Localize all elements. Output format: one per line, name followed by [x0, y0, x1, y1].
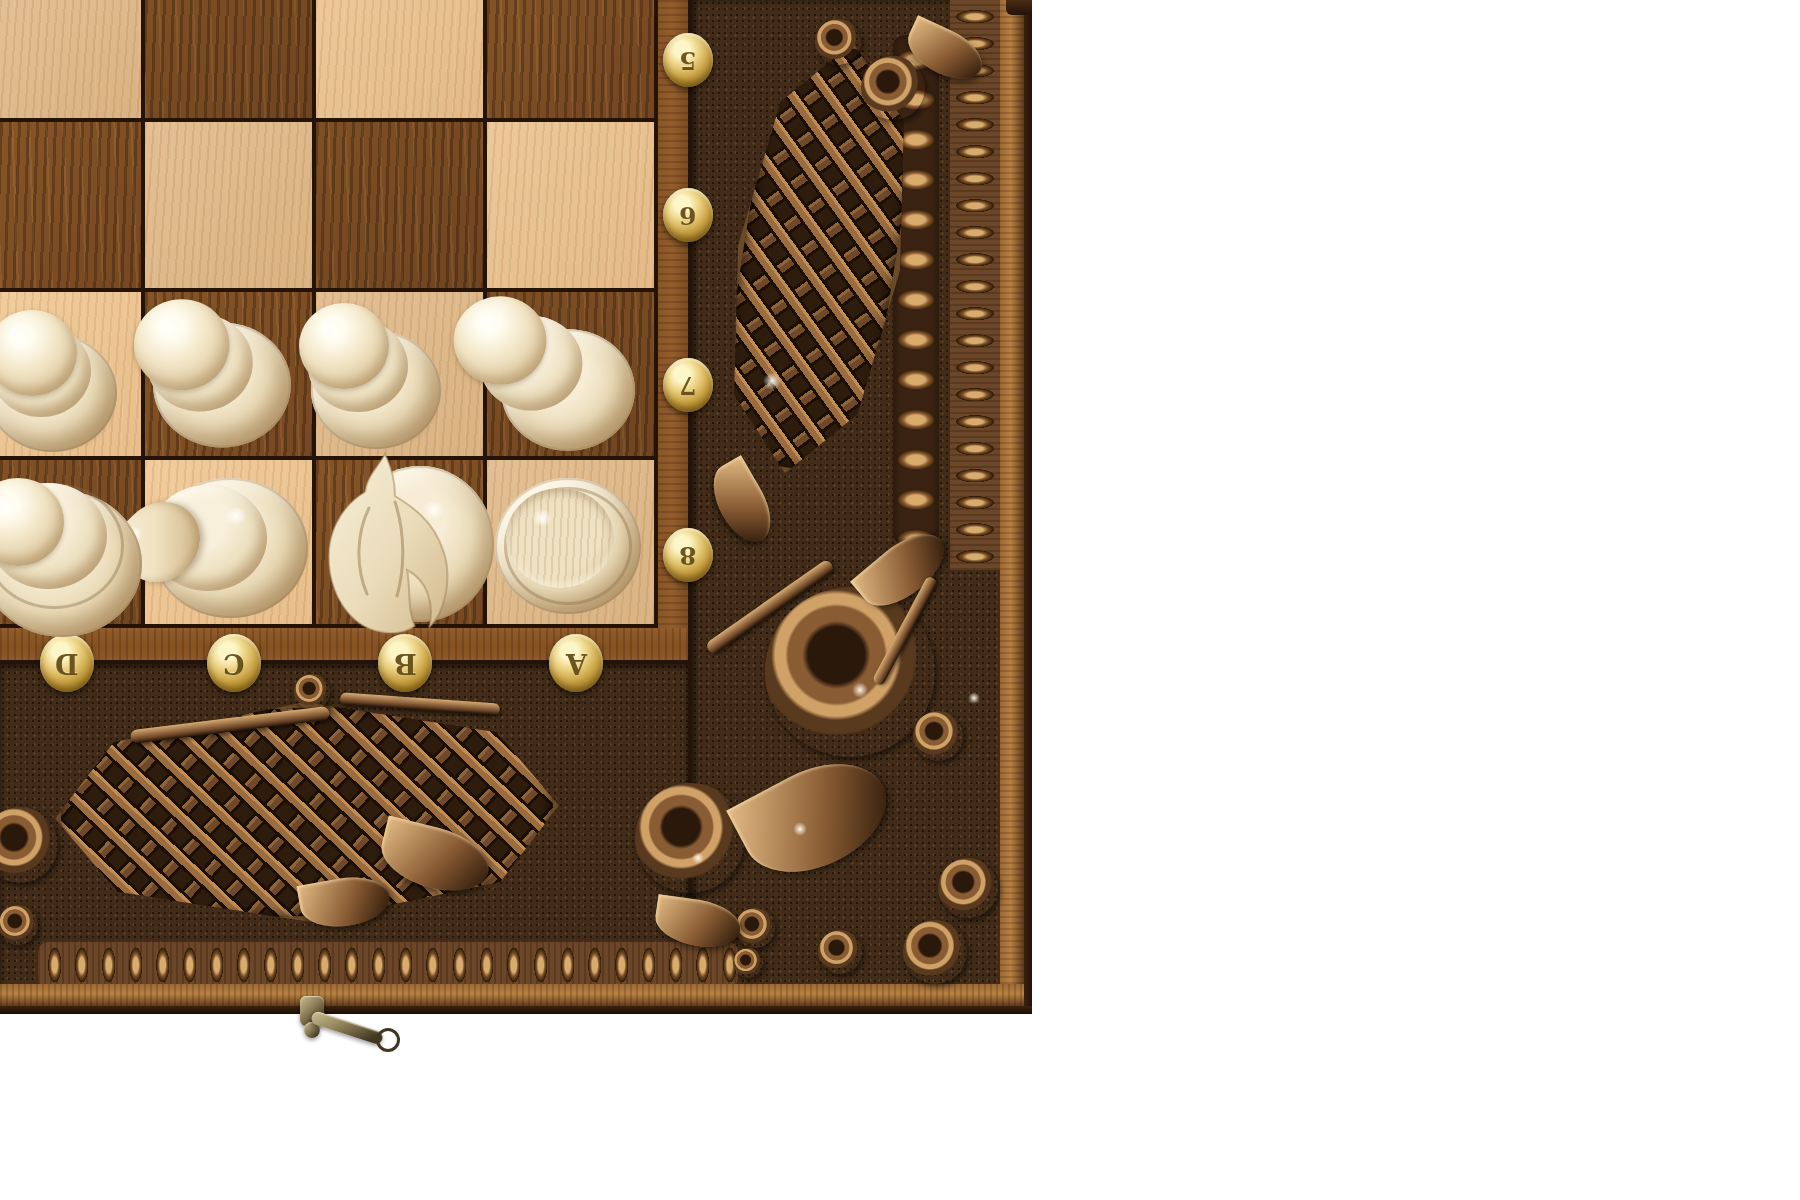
file-label-stud-b: B — [378, 634, 432, 692]
board-square-b5[interactable] — [316, 0, 483, 118]
board-square-a6[interactable] — [487, 122, 654, 288]
carved-scroll — [913, 711, 963, 761]
board-square-a5[interactable] — [487, 0, 654, 118]
polished-rim-bottom — [0, 984, 1032, 1006]
carved-scroll — [735, 908, 775, 948]
board-square-c6[interactable] — [145, 122, 312, 288]
carved-scroll — [733, 948, 763, 978]
product-photo-canvas: { "scene": { "description": "Overhead ph… — [0, 0, 1800, 1200]
rank-label-stud-6: 6 — [663, 188, 713, 242]
chess-box: DCBA5678 — [0, 0, 1032, 1014]
box-edge-right — [1024, 0, 1032, 1014]
carved-scroll — [938, 858, 998, 918]
carved-scroll — [635, 783, 745, 893]
carved-scroll — [815, 19, 861, 65]
carved-scroll — [861, 56, 925, 120]
carved-scroll — [818, 930, 862, 974]
carved-scroll — [903, 920, 967, 984]
file-label-stud-a: A — [549, 634, 603, 692]
latch-clasp[interactable] — [292, 994, 402, 1060]
carved-scroll — [294, 674, 330, 710]
board-square-d6[interactable] — [0, 122, 141, 288]
chain-carving-right — [950, 0, 1000, 570]
board-square-d5[interactable] — [0, 0, 141, 118]
polished-rim-right — [1000, 0, 1024, 1014]
chain-carving-bottom — [38, 942, 738, 988]
rank-label-stud-7: 7 — [663, 358, 713, 412]
file-label-stud-c: C — [207, 634, 261, 692]
rank-label-stud-8: 8 — [663, 528, 713, 582]
hinge-tab — [1006, 0, 1032, 15]
board-square-b6[interactable] — [316, 122, 483, 288]
rank-label-stud-5: 5 — [663, 33, 713, 87]
board-square-c5[interactable] — [145, 0, 312, 118]
box-edge-bottom — [0, 1006, 1032, 1014]
